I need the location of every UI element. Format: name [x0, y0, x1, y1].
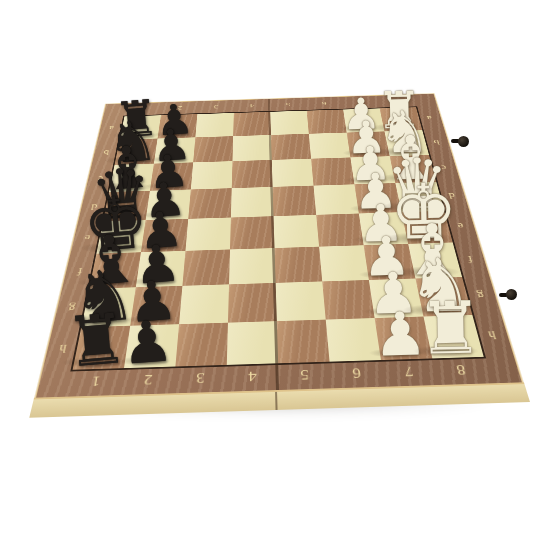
label-file-6-near: 6 — [329, 359, 384, 386]
square-d3 — [188, 188, 231, 219]
label-file-2-near: 2 — [120, 366, 175, 394]
square-a5 — [270, 111, 309, 135]
square-g6 — [322, 280, 374, 320]
square-b2 — [154, 137, 195, 163]
square-c7 — [350, 156, 395, 184]
square-b3 — [193, 136, 233, 162]
clasp-latch-top-stem — [451, 139, 460, 143]
square-e6 — [316, 213, 363, 246]
square-d6 — [314, 184, 359, 215]
square-a3 — [195, 113, 233, 137]
label-file-6-far: 6 — [306, 97, 344, 110]
clasp-latch-top — [458, 136, 469, 147]
square-a1 — [120, 115, 161, 139]
square-f4 — [229, 248, 276, 284]
square-d8 — [395, 182, 444, 212]
square-g8 — [415, 277, 472, 316]
square-d1 — [103, 191, 150, 222]
square-c3 — [191, 161, 233, 189]
square-a4 — [233, 112, 271, 136]
square-f1 — [89, 252, 141, 289]
square-h3 — [175, 323, 228, 367]
square-g5 — [276, 281, 326, 321]
square-d4 — [231, 187, 274, 218]
label-file-5-far: 5 — [270, 98, 307, 111]
chess-board: 11aa22bb33cc44dd55ee66ff77gg88hh — [36, 94, 522, 398]
square-h7 — [375, 317, 433, 361]
square-f7 — [364, 244, 416, 280]
square-a8 — [380, 107, 423, 131]
square-b8 — [384, 130, 429, 156]
square-d2 — [146, 189, 191, 220]
label-file-3-far: 3 — [197, 101, 234, 114]
square-c1 — [109, 164, 154, 192]
square-f2 — [136, 251, 186, 287]
square-b6 — [309, 133, 351, 159]
label-file-2-far: 2 — [161, 102, 198, 115]
square-e3 — [185, 218, 230, 251]
square-c4 — [232, 160, 273, 188]
label-file-1-near: 1 — [67, 367, 124, 395]
square-f5 — [275, 247, 323, 283]
square-e7 — [359, 212, 408, 245]
square-f8 — [408, 242, 462, 278]
square-b5 — [271, 134, 311, 160]
square-d5 — [273, 186, 317, 217]
square-c8 — [390, 155, 437, 183]
playing-area — [70, 106, 486, 371]
label-file-7-near: 7 — [381, 358, 438, 385]
label-file-5-near: 5 — [278, 361, 332, 388]
label-file-7-far: 7 — [341, 96, 379, 109]
square-e1 — [96, 220, 145, 253]
clasp-latch-bottom-stem — [499, 293, 508, 297]
square-g1 — [81, 287, 135, 327]
square-g4 — [228, 283, 277, 323]
square-a2 — [158, 114, 198, 138]
square-c2 — [150, 162, 193, 190]
label-file-8-near: 8 — [432, 356, 490, 383]
square-e5 — [274, 215, 320, 248]
fold-seam-side — [275, 392, 278, 410]
square-f3 — [182, 249, 230, 285]
square-d7 — [354, 183, 401, 213]
square-f6 — [319, 245, 369, 281]
square-c5 — [272, 159, 314, 187]
square-b7 — [347, 131, 390, 157]
label-file-1-far: 1 — [125, 103, 163, 116]
square-a7 — [343, 108, 384, 132]
square-a6 — [307, 110, 347, 134]
square-b1 — [115, 139, 158, 165]
square-h5 — [277, 320, 330, 364]
square-g2 — [130, 286, 182, 326]
square-h6 — [326, 318, 381, 362]
square-e2 — [141, 219, 188, 252]
square-h1 — [73, 326, 131, 370]
square-g3 — [179, 284, 229, 324]
square-h2 — [124, 324, 179, 368]
label-file-3-near: 3 — [173, 364, 227, 391]
label-file-8-far: 8 — [377, 95, 416, 108]
chess-product-photo: 11aa22bb33cc44dd55ee66ff77gg88hh ♜♟♟♜♞♟♟… — [0, 0, 533, 533]
square-h8 — [423, 315, 483, 358]
square-h4 — [227, 321, 278, 365]
square-e4 — [230, 216, 275, 249]
square-e8 — [401, 211, 452, 244]
square-b4 — [232, 135, 271, 161]
label-file-4-near: 4 — [226, 362, 279, 389]
square-c6 — [311, 157, 354, 185]
clasp-latch-bottom — [506, 289, 517, 300]
square-g7 — [369, 278, 424, 318]
label-file-4-far: 4 — [234, 99, 270, 112]
